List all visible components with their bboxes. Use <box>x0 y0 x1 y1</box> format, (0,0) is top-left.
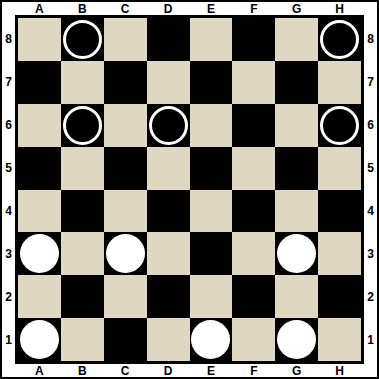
rank-label-3-right: 3 <box>364 232 377 275</box>
rank-labels-right: 87654321 <box>364 15 377 364</box>
square-d8[interactable] <box>147 18 190 61</box>
square-c6[interactable] <box>104 104 147 147</box>
square-a7[interactable] <box>18 61 61 104</box>
square-e8[interactable] <box>190 18 233 61</box>
square-e1[interactable] <box>190 318 233 361</box>
square-h2[interactable] <box>318 275 361 318</box>
square-c5[interactable] <box>104 147 147 190</box>
square-b4[interactable] <box>61 190 104 233</box>
file-label-g-top: G <box>275 2 318 15</box>
square-a6[interactable] <box>18 104 61 147</box>
square-b3[interactable] <box>61 232 104 275</box>
square-e3[interactable] <box>190 232 233 275</box>
file-label-d-top: D <box>147 2 190 15</box>
corner-top-left <box>2 2 15 15</box>
square-h5[interactable] <box>318 147 361 190</box>
checker-white-e1[interactable] <box>191 320 230 359</box>
rank-label-3-left: 3 <box>2 232 15 275</box>
file-label-c-top: C <box>104 2 147 15</box>
rank-label-1-left: 1 <box>2 318 15 361</box>
square-a2[interactable] <box>18 275 61 318</box>
square-c1[interactable] <box>104 318 147 361</box>
file-label-h-bottom: H <box>318 364 361 377</box>
square-g5[interactable] <box>275 147 318 190</box>
rank-label-6-right: 6 <box>364 104 377 147</box>
rank-label-8-right: 8 <box>364 18 377 61</box>
file-label-e-bottom: E <box>190 364 233 377</box>
square-f1[interactable] <box>232 318 275 361</box>
square-a3[interactable] <box>18 232 61 275</box>
checker-black-h8[interactable] <box>320 20 359 59</box>
file-label-h-top: H <box>318 2 361 15</box>
file-label-e-top: E <box>190 2 233 15</box>
file-label-b-bottom: B <box>61 364 104 377</box>
square-g6[interactable] <box>275 104 318 147</box>
square-f8[interactable] <box>232 18 275 61</box>
square-f7[interactable] <box>232 61 275 104</box>
square-e2[interactable] <box>190 275 233 318</box>
corner-top-right <box>364 2 377 15</box>
square-h7[interactable] <box>318 61 361 104</box>
square-b8[interactable] <box>61 18 104 61</box>
square-d5[interactable] <box>147 147 190 190</box>
checker-white-a1[interactable] <box>20 320 59 359</box>
square-g8[interactable] <box>275 18 318 61</box>
square-a4[interactable] <box>18 190 61 233</box>
corner-bottom-left <box>2 364 15 377</box>
rank-label-1-right: 1 <box>364 318 377 361</box>
file-labels-top: ABCDEFGH <box>15 2 364 15</box>
square-h8[interactable] <box>318 18 361 61</box>
corner-bottom-right <box>364 364 377 377</box>
square-c4[interactable] <box>104 190 147 233</box>
square-d7[interactable] <box>147 61 190 104</box>
square-g3[interactable] <box>275 232 318 275</box>
square-d4[interactable] <box>147 190 190 233</box>
square-g4[interactable] <box>275 190 318 233</box>
file-label-f-bottom: F <box>232 364 275 377</box>
square-a5[interactable] <box>18 147 61 190</box>
rank-label-2-right: 2 <box>364 275 377 318</box>
rank-label-7-left: 7 <box>2 61 15 104</box>
square-f4[interactable] <box>232 190 275 233</box>
checker-black-b8[interactable] <box>63 20 102 59</box>
square-d1[interactable] <box>147 318 190 361</box>
file-label-a-bottom: A <box>18 364 61 377</box>
checker-black-b6[interactable] <box>63 106 102 145</box>
square-b6[interactable] <box>61 104 104 147</box>
square-a8[interactable] <box>18 18 61 61</box>
square-d6[interactable] <box>147 104 190 147</box>
rank-label-6-left: 6 <box>2 104 15 147</box>
checkers-diagram: ABCDEFGH 87654321 87654321 ABCDEFGH <box>0 0 379 379</box>
square-h3[interactable] <box>318 232 361 275</box>
square-g7[interactable] <box>275 61 318 104</box>
square-b2[interactable] <box>61 275 104 318</box>
rank-label-4-left: 4 <box>2 190 15 233</box>
square-e7[interactable] <box>190 61 233 104</box>
square-g2[interactable] <box>275 275 318 318</box>
square-d3[interactable] <box>147 232 190 275</box>
square-f5[interactable] <box>232 147 275 190</box>
file-label-a-top: A <box>18 2 61 15</box>
square-h1[interactable] <box>318 318 361 361</box>
file-label-b-top: B <box>61 2 104 15</box>
square-f6[interactable] <box>232 104 275 147</box>
file-label-f-top: F <box>232 2 275 15</box>
board <box>15 15 364 364</box>
rank-label-2-left: 2 <box>2 275 15 318</box>
square-c8[interactable] <box>104 18 147 61</box>
square-h6[interactable] <box>318 104 361 147</box>
checker-white-c3[interactable] <box>106 234 145 273</box>
square-h4[interactable] <box>318 190 361 233</box>
square-b5[interactable] <box>61 147 104 190</box>
checker-white-g1[interactable] <box>277 320 316 359</box>
file-label-g-bottom: G <box>275 364 318 377</box>
square-b1[interactable] <box>61 318 104 361</box>
file-label-d-bottom: D <box>147 364 190 377</box>
file-labels-bottom: ABCDEFGH <box>15 364 364 377</box>
rank-label-5-right: 5 <box>364 147 377 190</box>
file-label-c-bottom: C <box>104 364 147 377</box>
rank-labels-left: 87654321 <box>2 15 15 364</box>
rank-label-7-right: 7 <box>364 61 377 104</box>
checker-white-a3[interactable] <box>20 234 59 273</box>
square-c2[interactable] <box>104 275 147 318</box>
square-e4[interactable] <box>190 190 233 233</box>
square-b7[interactable] <box>61 61 104 104</box>
square-e6[interactable] <box>190 104 233 147</box>
square-f2[interactable] <box>232 275 275 318</box>
square-e5[interactable] <box>190 147 233 190</box>
checker-black-d6[interactable] <box>149 106 188 145</box>
square-g1[interactable] <box>275 318 318 361</box>
square-d2[interactable] <box>147 275 190 318</box>
square-f3[interactable] <box>232 232 275 275</box>
square-a1[interactable] <box>18 318 61 361</box>
rank-label-8-left: 8 <box>2 18 15 61</box>
checker-black-h6[interactable] <box>320 106 359 145</box>
rank-label-4-right: 4 <box>364 190 377 233</box>
rank-label-5-left: 5 <box>2 147 15 190</box>
checker-white-g3[interactable] <box>277 234 316 273</box>
square-c3[interactable] <box>104 232 147 275</box>
square-c7[interactable] <box>104 61 147 104</box>
